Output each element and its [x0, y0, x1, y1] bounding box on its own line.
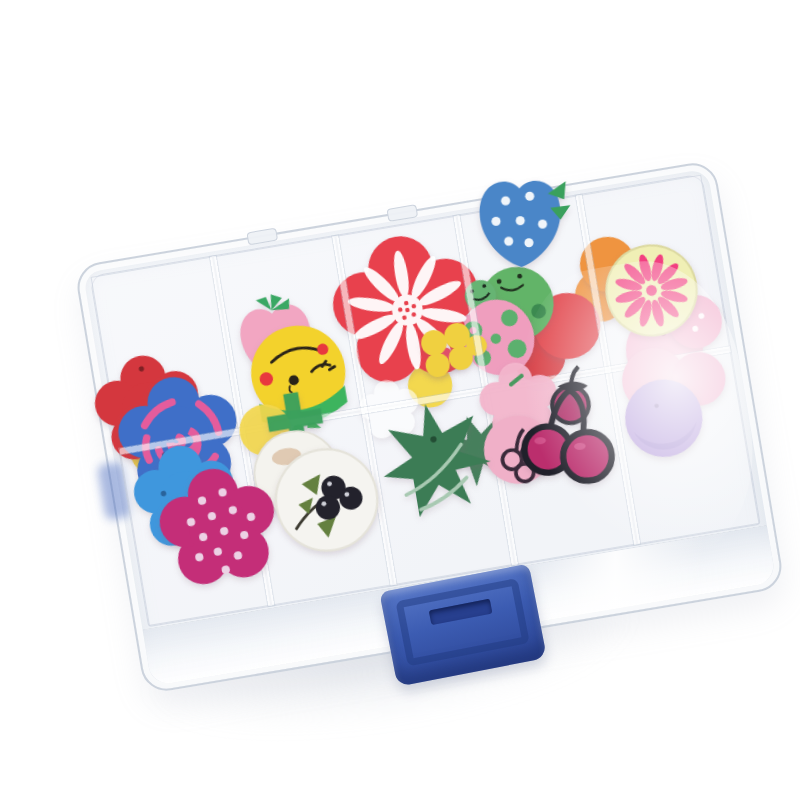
purple-round-bead[interactable] — [616, 370, 713, 467]
green-leaf-bead[interactable] — [365, 390, 503, 528]
blue-strawberry-bead[interactable] — [464, 167, 577, 276]
storage-box — [74, 159, 786, 694]
currant-print-bead[interactable] — [263, 437, 390, 564]
product-photo-scene — [0, 0, 800, 800]
lid-hinge-nub — [386, 204, 418, 222]
lid-hinge-nub — [247, 228, 279, 246]
clasp-ridge — [395, 578, 529, 666]
cherry-bead[interactable] — [504, 373, 627, 498]
compartment-front-1 — [120, 431, 271, 626]
